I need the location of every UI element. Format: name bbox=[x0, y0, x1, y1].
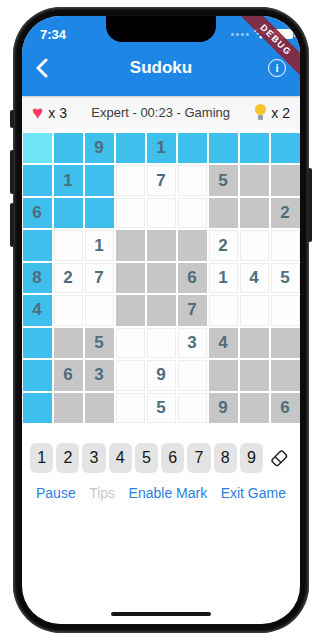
enable-mark-button[interactable]: Enable Mark bbox=[129, 485, 208, 501]
cell-r3c6[interactable]: 2 bbox=[209, 230, 238, 260]
game-hud: ♥ x 3 Expert - 00:23 - Gaming x 2 bbox=[22, 96, 300, 129]
cell-r7c4[interactable]: 9 bbox=[147, 360, 176, 390]
cell-r7c0[interactable] bbox=[23, 360, 52, 390]
tips-button[interactable]: Tips bbox=[89, 485, 115, 501]
cell-r1c7[interactable] bbox=[240, 165, 269, 195]
digit-button-9[interactable]: 9 bbox=[240, 443, 263, 473]
cell-r3c7[interactable] bbox=[240, 230, 269, 260]
cell-r2c4[interactable] bbox=[147, 198, 176, 228]
cell-r6c4[interactable] bbox=[147, 328, 176, 358]
cell-r1c1[interactable]: 1 bbox=[54, 165, 83, 195]
cell-r3c1[interactable] bbox=[54, 230, 83, 260]
cell-r4c2[interactable]: 7 bbox=[85, 263, 114, 293]
chevron-left-icon bbox=[36, 58, 48, 78]
sudoku-board: 911756212827614547534639596 bbox=[23, 133, 300, 423]
cell-r6c2[interactable]: 5 bbox=[85, 328, 114, 358]
hints-counter: x 2 bbox=[254, 104, 290, 121]
cell-r0c4[interactable]: 1 bbox=[147, 133, 176, 163]
notch bbox=[106, 16, 216, 42]
cell-r5c6[interactable] bbox=[209, 295, 238, 325]
cell-r3c8[interactable] bbox=[271, 230, 300, 260]
cell-r7c6[interactable] bbox=[209, 360, 238, 390]
cell-r5c3[interactable] bbox=[116, 295, 145, 325]
heart-icon: ♥ bbox=[32, 106, 43, 120]
volume-down-button bbox=[10, 203, 14, 247]
pause-button[interactable]: Pause bbox=[36, 485, 76, 501]
cell-r0c1[interactable] bbox=[54, 133, 83, 163]
cell-r8c1[interactable] bbox=[54, 393, 83, 423]
home-indicator bbox=[111, 612, 211, 616]
cell-r7c7[interactable] bbox=[240, 360, 269, 390]
cell-r4c6[interactable]: 1 bbox=[209, 263, 238, 293]
info-icon: i bbox=[275, 63, 278, 74]
cell-r4c0[interactable]: 8 bbox=[23, 263, 52, 293]
cell-r6c3[interactable] bbox=[116, 328, 145, 358]
mute-switch bbox=[10, 110, 14, 128]
digit-button-3[interactable]: 3 bbox=[82, 443, 105, 473]
cell-r0c0[interactable] bbox=[23, 133, 52, 163]
cell-r2c3[interactable] bbox=[116, 198, 145, 228]
cell-r8c3[interactable] bbox=[116, 393, 145, 423]
bulb-icon bbox=[254, 104, 266, 121]
cell-r6c0[interactable] bbox=[23, 328, 52, 358]
cell-r4c5[interactable]: 6 bbox=[178, 263, 207, 293]
cell-r8c8[interactable]: 6 bbox=[271, 393, 300, 423]
digit-button-7[interactable]: 7 bbox=[187, 443, 210, 473]
cell-r4c8[interactable]: 5 bbox=[271, 263, 300, 293]
cell-r4c3[interactable] bbox=[116, 263, 145, 293]
eraser-button[interactable] bbox=[266, 443, 292, 473]
cell-r2c5[interactable] bbox=[178, 198, 207, 228]
cell-r5c8[interactable] bbox=[271, 295, 300, 325]
cell-r0c7[interactable] bbox=[240, 133, 269, 163]
cell-r8c5[interactable] bbox=[178, 393, 207, 423]
cell-r1c4[interactable]: 7 bbox=[147, 165, 176, 195]
cell-r2c2[interactable] bbox=[85, 198, 114, 228]
cell-r3c4[interactable] bbox=[147, 230, 176, 260]
cell-r6c5[interactable]: 3 bbox=[178, 328, 207, 358]
exit-game-button[interactable]: Exit Game bbox=[221, 485, 286, 501]
game-status-text: Expert - 00:23 - Gaming bbox=[91, 105, 230, 120]
hints-count: x 2 bbox=[271, 105, 290, 121]
cell-r3c2[interactable]: 1 bbox=[85, 230, 114, 260]
cell-r6c8[interactable] bbox=[271, 328, 300, 358]
eraser-icon bbox=[268, 447, 290, 469]
cell-r7c1[interactable]: 6 bbox=[54, 360, 83, 390]
cell-r5c4[interactable] bbox=[147, 295, 176, 325]
cell-r6c1[interactable] bbox=[54, 328, 83, 358]
volume-up-button bbox=[10, 150, 14, 194]
cell-r1c8[interactable] bbox=[271, 165, 300, 195]
digit-button-2[interactable]: 2 bbox=[56, 443, 79, 473]
clock: 7:34 bbox=[40, 27, 66, 42]
cell-r4c1[interactable]: 2 bbox=[54, 263, 83, 293]
cell-r8c2[interactable] bbox=[85, 393, 114, 423]
cell-r2c0[interactable]: 6 bbox=[23, 198, 52, 228]
cell-r2c7[interactable] bbox=[240, 198, 269, 228]
cell-r8c6[interactable]: 9 bbox=[209, 393, 238, 423]
cell-r5c7[interactable] bbox=[240, 295, 269, 325]
cell-r5c2[interactable] bbox=[85, 295, 114, 325]
digit-button-4[interactable]: 4 bbox=[109, 443, 132, 473]
cell-r6c7[interactable] bbox=[240, 328, 269, 358]
cell-r2c8[interactable]: 2 bbox=[271, 198, 300, 228]
board-area: 911756212827614547534639596 bbox=[22, 129, 300, 423]
cell-r0c8[interactable] bbox=[271, 133, 300, 163]
number-pad: 123456789 bbox=[22, 423, 300, 473]
cell-r7c8[interactable] bbox=[271, 360, 300, 390]
cell-r5c0[interactable]: 4 bbox=[23, 295, 52, 325]
page-title: Sudoku bbox=[22, 58, 300, 78]
cell-r0c3[interactable] bbox=[116, 133, 145, 163]
cell-r1c6[interactable]: 5 bbox=[209, 165, 238, 195]
cell-r3c3[interactable] bbox=[116, 230, 145, 260]
cell-r1c2[interactable] bbox=[85, 165, 114, 195]
cell-r4c4[interactable] bbox=[147, 263, 176, 293]
info-button[interactable]: i bbox=[268, 59, 286, 77]
cell-r0c6[interactable] bbox=[209, 133, 238, 163]
cell-r0c5[interactable] bbox=[178, 133, 207, 163]
cell-r2c6[interactable] bbox=[209, 198, 238, 228]
phone-screen: 7:34 bbox=[22, 16, 300, 624]
back-button[interactable] bbox=[36, 56, 56, 80]
power-button bbox=[308, 168, 312, 242]
cell-r1c3[interactable] bbox=[116, 165, 145, 195]
cell-r5c1[interactable] bbox=[54, 295, 83, 325]
cell-r8c7[interactable] bbox=[240, 393, 269, 423]
screenshot-canvas: 7:34 bbox=[0, 0, 322, 640]
cell-r7c5[interactable] bbox=[178, 360, 207, 390]
cell-r3c5[interactable] bbox=[178, 230, 207, 260]
digit-button-8[interactable]: 8 bbox=[214, 443, 237, 473]
cell-r0c2[interactable]: 9 bbox=[85, 133, 114, 163]
cell-r3c0[interactable] bbox=[23, 230, 52, 260]
lives-count: x 3 bbox=[48, 105, 67, 121]
cell-r4c7[interactable]: 4 bbox=[240, 263, 269, 293]
digit-button-1[interactable]: 1 bbox=[30, 443, 53, 473]
cell-r1c5[interactable] bbox=[178, 165, 207, 195]
cell-r7c3[interactable] bbox=[116, 360, 145, 390]
cell-r2c1[interactable] bbox=[54, 198, 83, 228]
cell-r7c2[interactable]: 3 bbox=[85, 360, 114, 390]
cell-r5c5[interactable]: 7 bbox=[178, 295, 207, 325]
cellular-signal-icon bbox=[231, 33, 249, 36]
cell-r6c6[interactable]: 4 bbox=[209, 328, 238, 358]
nav-bar: Sudoku i bbox=[22, 46, 300, 90]
digit-button-6[interactable]: 6 bbox=[161, 443, 184, 473]
cell-r8c4[interactable]: 5 bbox=[147, 393, 176, 423]
cell-r8c0[interactable] bbox=[23, 393, 52, 423]
phone-frame: 7:34 bbox=[13, 7, 309, 633]
lives-counter: ♥ x 3 bbox=[32, 105, 67, 121]
digit-button-5[interactable]: 5 bbox=[135, 443, 158, 473]
cell-r1c0[interactable] bbox=[23, 165, 52, 195]
footer-actions: PauseTipsEnable MarkExit Game bbox=[22, 473, 300, 501]
